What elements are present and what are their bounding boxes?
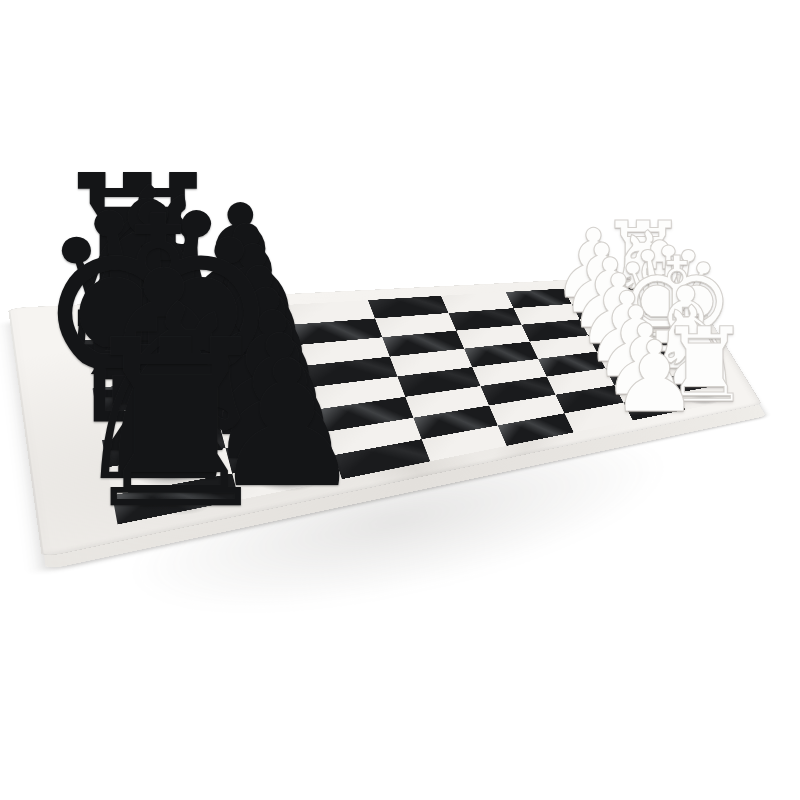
chess-set-photo: ♜♞♝♛♚♝♞♜♟♟♟♟♟♟♟♟♟♟♟♟♟♟♟♟♜♞♝♛♚♝♞♜ (0, 0, 800, 800)
piece-white-pawn-h2: ♟ (610, 328, 698, 426)
piece-black-rook-h8: ♜ (72, 311, 279, 542)
piece-layer: ♜♞♝♛♚♝♞♜♟♟♟♟♟♟♟♟♟♟♟♟♟♟♟♟♜♞♝♛♚♝♞♜ (0, 0, 800, 800)
page: { "game": "chess", "variant": "standard"… (0, 0, 800, 800)
